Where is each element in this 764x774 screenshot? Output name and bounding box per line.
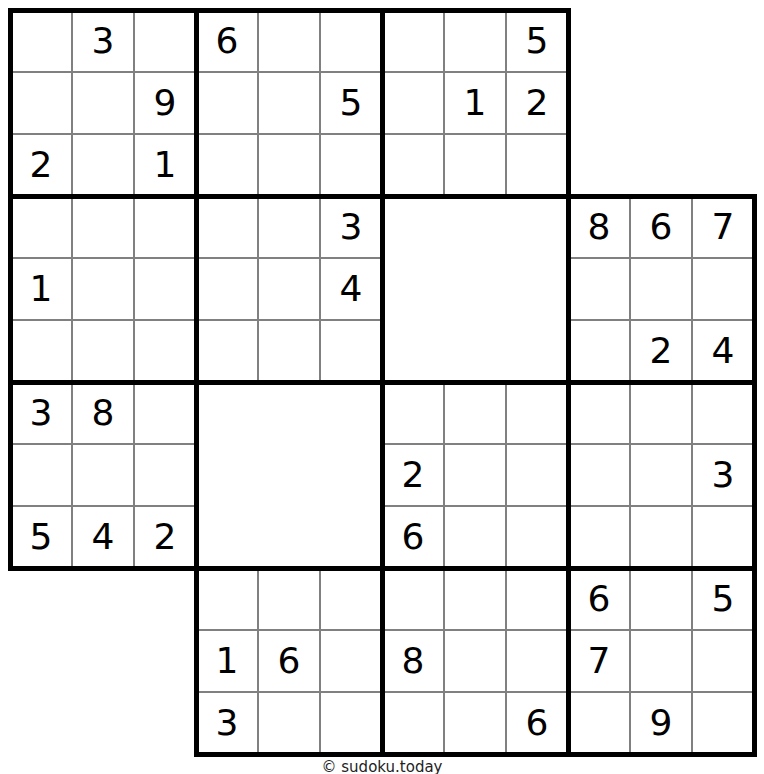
cell-r10c7[interactable]	[382, 568, 444, 630]
cell-r6c5[interactable]	[258, 320, 320, 382]
cell-r5c8	[444, 258, 506, 320]
cell-r3c8[interactable]	[444, 134, 506, 196]
cell-r3c7[interactable]	[382, 134, 444, 196]
cell-r9c8[interactable]	[444, 506, 506, 568]
cell-r2c2[interactable]	[72, 72, 134, 134]
cell-r1c2: 3	[72, 10, 134, 72]
cell-r6c9	[506, 320, 568, 382]
cell-r3c2[interactable]	[72, 134, 134, 196]
cell-r4c4[interactable]	[196, 196, 258, 258]
cell-r7c4	[196, 382, 258, 444]
cell-r3c9[interactable]	[506, 134, 568, 196]
cell-r2c9: 2	[506, 72, 568, 134]
cell-r1c5[interactable]	[258, 10, 320, 72]
cell-r8c12: 3	[692, 444, 754, 506]
cell-r9c4	[196, 506, 258, 568]
cell-r10c11[interactable]	[630, 568, 692, 630]
cell-r6c8	[444, 320, 506, 382]
cell-r4c10: 8	[568, 196, 630, 258]
cell-r11c5: 6	[258, 630, 320, 692]
cell-r2c3: 9	[134, 72, 196, 134]
cell-r3c5[interactable]	[258, 134, 320, 196]
cell-r2c6: 5	[320, 72, 382, 134]
cell-r12c11: 9	[630, 692, 692, 754]
cell-r12c6[interactable]	[320, 692, 382, 754]
cell-r3c1: 2	[10, 134, 72, 196]
cell-r3c4[interactable]	[196, 134, 258, 196]
cell-r7c12[interactable]	[692, 382, 754, 444]
cell-r4c5[interactable]	[258, 196, 320, 258]
cell-r4c8	[444, 196, 506, 258]
cell-r9c2: 4	[72, 506, 134, 568]
cell-r7c9[interactable]	[506, 382, 568, 444]
cell-r2c4[interactable]	[196, 72, 258, 134]
cell-r7c8[interactable]	[444, 382, 506, 444]
cell-r1c9: 5	[506, 10, 568, 72]
cell-r4c1[interactable]	[10, 196, 72, 258]
cell-r8c3[interactable]	[134, 444, 196, 506]
cell-r8c8[interactable]	[444, 444, 506, 506]
cell-r5c1: 1	[10, 258, 72, 320]
cell-r4c3[interactable]	[134, 196, 196, 258]
cell-r12c7[interactable]	[382, 692, 444, 754]
cell-r7c11[interactable]	[630, 382, 692, 444]
cell-r9c3: 2	[134, 506, 196, 568]
cell-r8c1[interactable]	[10, 444, 72, 506]
cell-r4c12: 7	[692, 196, 754, 258]
cell-r5c5[interactable]	[258, 258, 320, 320]
cell-r5c10[interactable]	[568, 258, 630, 320]
cell-r7c6	[320, 382, 382, 444]
cell-r6c6[interactable]	[320, 320, 382, 382]
cell-r7c2: 8	[72, 382, 134, 444]
cell-r4c2[interactable]	[72, 196, 134, 258]
cell-r12c10[interactable]	[568, 692, 630, 754]
cell-r6c3[interactable]	[134, 320, 196, 382]
cell-r8c7: 2	[382, 444, 444, 506]
cell-r8c9[interactable]	[506, 444, 568, 506]
cell-r4c7	[382, 196, 444, 258]
cell-r8c5	[258, 444, 320, 506]
sudoku-board: 3659512213867142438235426651687369	[10, 10, 754, 754]
cell-r1c4: 6	[196, 10, 258, 72]
cell-r11c12[interactable]	[692, 630, 754, 692]
cell-r11c11[interactable]	[630, 630, 692, 692]
cell-r11c6[interactable]	[320, 630, 382, 692]
cell-r10c12: 5	[692, 568, 754, 630]
cell-r12c4: 3	[196, 692, 258, 754]
cell-r4c11: 6	[630, 196, 692, 258]
cell-r9c11[interactable]	[630, 506, 692, 568]
cell-r9c10[interactable]	[568, 506, 630, 568]
cell-r1c3[interactable]	[134, 10, 196, 72]
cell-r1c1[interactable]	[10, 10, 72, 72]
cell-r2c7[interactable]	[382, 72, 444, 134]
cell-r9c12[interactable]	[692, 506, 754, 568]
cell-r11c7: 8	[382, 630, 444, 692]
cell-r1c7[interactable]	[382, 10, 444, 72]
cell-r10c4[interactable]	[196, 568, 258, 630]
cell-r11c4: 1	[196, 630, 258, 692]
cell-r10c9[interactable]	[506, 568, 568, 630]
cell-r11c10: 7	[568, 630, 630, 692]
cell-r7c1: 3	[10, 382, 72, 444]
cell-r12c9: 6	[506, 692, 568, 754]
cell-r8c4	[196, 444, 258, 506]
cell-r3c3: 1	[134, 134, 196, 196]
cell-grid: 3659512213867142438235426651687369	[10, 10, 754, 754]
cell-r12c12[interactable]	[692, 692, 754, 754]
cell-r8c6	[320, 444, 382, 506]
cell-r4c6: 3	[320, 196, 382, 258]
cell-r6c12: 4	[692, 320, 754, 382]
cell-r12c5[interactable]	[258, 692, 320, 754]
cell-r8c11[interactable]	[630, 444, 692, 506]
cell-r6c11: 2	[630, 320, 692, 382]
cell-r1c6[interactable]	[320, 10, 382, 72]
cell-r9c9[interactable]	[506, 506, 568, 568]
cell-r10c5[interactable]	[258, 568, 320, 630]
cell-r7c7[interactable]	[382, 382, 444, 444]
cell-r5c3[interactable]	[134, 258, 196, 320]
cell-r6c10[interactable]	[568, 320, 630, 382]
cell-r6c1[interactable]	[10, 320, 72, 382]
cell-r9c7: 6	[382, 506, 444, 568]
cell-r5c2[interactable]	[72, 258, 134, 320]
cell-r5c9	[506, 258, 568, 320]
cell-r9c1: 5	[10, 506, 72, 568]
cell-r2c5[interactable]	[258, 72, 320, 134]
cell-r4c9	[506, 196, 568, 258]
cell-r5c12[interactable]	[692, 258, 754, 320]
cell-r5c7	[382, 258, 444, 320]
cell-r5c4[interactable]	[196, 258, 258, 320]
cell-r6c2[interactable]	[72, 320, 134, 382]
cell-r10c10: 6	[568, 568, 630, 630]
cell-r1c8[interactable]	[444, 10, 506, 72]
cell-r9c5	[258, 506, 320, 568]
cell-r11c9[interactable]	[506, 630, 568, 692]
cell-r8c10[interactable]	[568, 444, 630, 506]
cell-r8c2[interactable]	[72, 444, 134, 506]
cell-r11c8[interactable]	[444, 630, 506, 692]
cell-r10c6[interactable]	[320, 568, 382, 630]
cell-r2c1[interactable]	[10, 72, 72, 134]
cell-r2c8: 1	[444, 72, 506, 134]
cell-r3c6[interactable]	[320, 134, 382, 196]
cell-r6c7	[382, 320, 444, 382]
cell-r9c6	[320, 506, 382, 568]
cell-r7c10[interactable]	[568, 382, 630, 444]
credit-text: © sudoku.today	[10, 758, 754, 774]
cell-r5c11[interactable]	[630, 258, 692, 320]
cell-r7c3[interactable]	[134, 382, 196, 444]
cell-r6c4[interactable]	[196, 320, 258, 382]
cell-r5c6: 4	[320, 258, 382, 320]
cell-r12c8[interactable]	[444, 692, 506, 754]
cell-r10c8[interactable]	[444, 568, 506, 630]
cell-r7c5	[258, 382, 320, 444]
